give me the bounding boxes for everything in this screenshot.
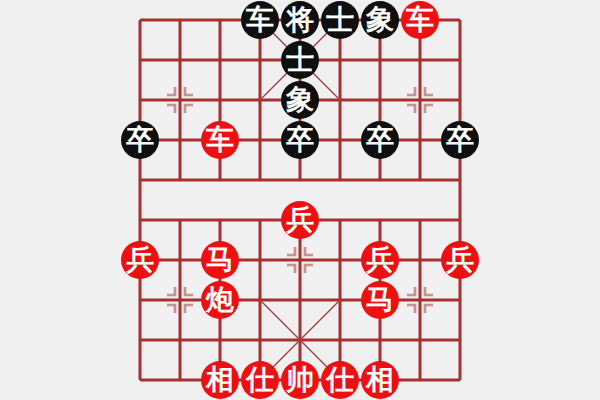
piece-red-general[interactable]: 帅 — [281, 361, 319, 399]
xiangqi-board: 车将士象士象卒卒卒卒车车兵兵马兵兵炮马相仕帅仕相 — [0, 0, 600, 400]
piece-black-general[interactable]: 将 — [281, 1, 319, 39]
piece-black-chariot[interactable]: 车 — [241, 1, 279, 39]
board-grid[interactable]: 车将士象士象卒卒卒卒车车兵兵马兵兵炮马相仕帅仕相 — [120, 0, 480, 400]
piece-black-advisor[interactable]: 士 — [321, 1, 359, 39]
piece-red-soldier[interactable]: 兵 — [121, 241, 159, 279]
piece-black-advisor[interactable]: 士 — [281, 41, 319, 79]
piece-red-cannon[interactable]: 炮 — [201, 281, 239, 319]
piece-red-soldier[interactable]: 兵 — [441, 241, 479, 279]
piece-red-horse[interactable]: 马 — [201, 241, 239, 279]
piece-red-elephant[interactable]: 相 — [361, 361, 399, 399]
piece-black-elephant[interactable]: 象 — [361, 1, 399, 39]
piece-black-soldier[interactable]: 卒 — [361, 121, 399, 159]
piece-red-chariot[interactable]: 车 — [401, 1, 439, 39]
piece-red-advisor[interactable]: 仕 — [321, 361, 359, 399]
piece-red-advisor[interactable]: 仕 — [241, 361, 279, 399]
piece-red-horse[interactable]: 马 — [361, 281, 399, 319]
piece-red-soldier[interactable]: 兵 — [361, 241, 399, 279]
piece-black-soldier[interactable]: 卒 — [281, 121, 319, 159]
piece-black-soldier[interactable]: 卒 — [441, 121, 479, 159]
piece-black-elephant[interactable]: 象 — [281, 81, 319, 119]
piece-black-soldier[interactable]: 卒 — [121, 121, 159, 159]
piece-red-chariot[interactable]: 车 — [201, 121, 239, 159]
piece-red-elephant[interactable]: 相 — [201, 361, 239, 399]
piece-red-soldier[interactable]: 兵 — [281, 201, 319, 239]
